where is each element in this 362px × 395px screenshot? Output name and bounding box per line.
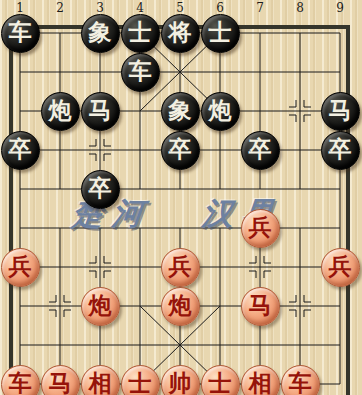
piece-red-cannon[interactable]: 炮 [161,287,200,326]
piece-red-chariot[interactable]: 车 [1,365,40,395]
piece-red-horse[interactable]: 马 [41,365,80,395]
piece-glyph: 卒 [329,138,352,161]
piece-red-soldier[interactable]: 兵 [1,248,40,287]
piece-glyph: 车 [289,372,312,395]
piece-glyph: 车 [129,60,152,83]
piece-red-soldier[interactable]: 兵 [241,209,280,248]
piece-glyph: 士 [209,21,232,44]
piece-red-horse[interactable]: 马 [241,287,280,326]
piece-glyph: 兵 [169,255,192,278]
piece-red-chariot[interactable]: 车 [281,365,320,395]
piece-glyph: 炮 [89,294,112,317]
piece-red-soldier[interactable]: 兵 [321,248,360,287]
piece-glyph: 马 [89,99,112,122]
piece-glyph: 兵 [9,255,32,278]
piece-black-soldier[interactable]: 卒 [241,131,280,170]
piece-glyph: 马 [49,372,72,395]
piece-black-chariot[interactable]: 车 [121,53,160,92]
piece-glyph: 车 [9,372,32,395]
piece-black-elephant[interactable]: 象 [161,92,200,131]
piece-glyph: 卒 [169,138,192,161]
piece-glyph: 炮 [49,99,72,122]
xiangqi-board: 1 2 3 4 5 6 7 8 9 楚河 汉界 车象士将士车炮马象炮马卒卒卒卒卒… [0,0,362,395]
piece-red-cannon[interactable]: 炮 [81,287,120,326]
piece-black-advisor[interactable]: 士 [201,14,240,53]
piece-black-horse[interactable]: 马 [321,92,360,131]
piece-black-general[interactable]: 将 [161,14,200,53]
piece-glyph: 士 [129,372,152,395]
piece-black-cannon[interactable]: 炮 [41,92,80,131]
piece-glyph: 马 [329,99,352,122]
piece-glyph: 帅 [169,372,192,395]
piece-glyph: 象 [169,99,192,122]
piece-black-horse[interactable]: 马 [81,92,120,131]
piece-glyph: 马 [249,294,272,317]
piece-glyph: 将 [169,21,192,44]
piece-black-chariot[interactable]: 车 [1,14,40,53]
piece-red-elephant[interactable]: 相 [81,365,120,395]
piece-black-cannon[interactable]: 炮 [201,92,240,131]
piece-glyph: 兵 [249,216,272,239]
piece-red-soldier[interactable]: 兵 [161,248,200,287]
piece-glyph: 象 [89,21,112,44]
piece-black-soldier[interactable]: 卒 [161,131,200,170]
board-grid[interactable]: 车象士将士车炮马象炮马卒卒卒卒卒兵兵兵兵炮炮马车马相士帅士相车 [0,14,360,395]
piece-glyph: 卒 [9,138,32,161]
piece-glyph: 炮 [169,294,192,317]
piece-glyph: 卒 [249,138,272,161]
piece-glyph: 士 [209,372,232,395]
piece-red-advisor[interactable]: 士 [121,365,160,395]
piece-glyph: 车 [9,21,32,44]
piece-glyph: 兵 [329,255,352,278]
piece-black-elephant[interactable]: 象 [81,14,120,53]
piece-glyph: 相 [89,372,112,395]
piece-glyph: 卒 [89,177,112,200]
piece-glyph: 士 [129,21,152,44]
piece-black-advisor[interactable]: 士 [121,14,160,53]
piece-red-general[interactable]: 帅 [161,365,200,395]
piece-glyph: 炮 [209,99,232,122]
piece-black-soldier[interactable]: 卒 [1,131,40,170]
piece-black-soldier[interactable]: 卒 [321,131,360,170]
piece-red-elephant[interactable]: 相 [241,365,280,395]
piece-red-advisor[interactable]: 士 [201,365,240,395]
piece-glyph: 相 [249,372,272,395]
piece-black-soldier[interactable]: 卒 [81,170,120,209]
